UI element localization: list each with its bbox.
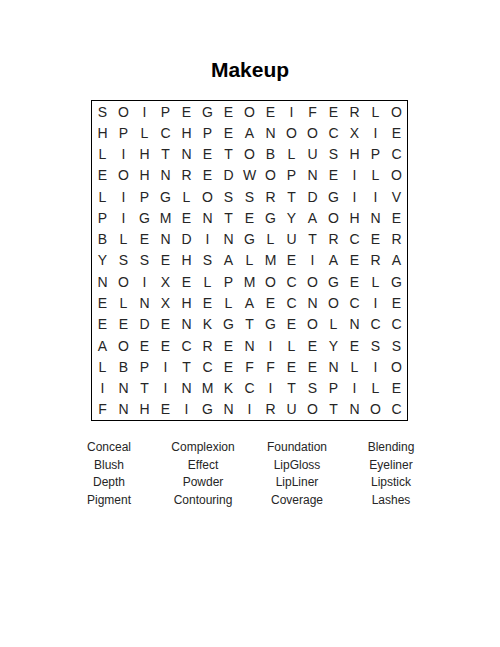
grid-cell: C bbox=[176, 335, 197, 356]
word-list-item: Eyeliner bbox=[344, 457, 438, 475]
grid-cell: T bbox=[134, 377, 155, 398]
grid-cell: C bbox=[365, 314, 386, 335]
grid-cell: L bbox=[344, 356, 365, 377]
grid-cell: E bbox=[344, 250, 365, 271]
grid-cell: O bbox=[197, 186, 218, 207]
grid-cell: A bbox=[323, 250, 344, 271]
grid-cell: I bbox=[260, 377, 281, 398]
grid-cell: C bbox=[197, 356, 218, 377]
grid-cell: H bbox=[134, 165, 155, 186]
grid-cell: O bbox=[386, 165, 407, 186]
grid-cell: R bbox=[386, 229, 407, 250]
grid-cell: L bbox=[365, 271, 386, 292]
grid-cell: L bbox=[281, 144, 302, 165]
grid-cell: N bbox=[155, 165, 176, 186]
grid-cell: E bbox=[134, 229, 155, 250]
grid-cell: E bbox=[281, 314, 302, 335]
grid-cell: I bbox=[176, 399, 197, 420]
grid-cell: O bbox=[302, 271, 323, 292]
grid-cell: G bbox=[323, 186, 344, 207]
grid-cell: A bbox=[239, 292, 260, 313]
grid-cell: R bbox=[197, 335, 218, 356]
grid-cell: B bbox=[113, 356, 134, 377]
grid-cell: M bbox=[239, 271, 260, 292]
grid-cell: I bbox=[344, 377, 365, 398]
grid-cell: N bbox=[155, 229, 176, 250]
grid-cell: E bbox=[155, 399, 176, 420]
grid-cell: R bbox=[260, 186, 281, 207]
grid-cell: G bbox=[260, 207, 281, 228]
grid-cell: X bbox=[155, 292, 176, 313]
grid-cell: X bbox=[344, 122, 365, 143]
grid-cell: M bbox=[155, 207, 176, 228]
grid-cell: N bbox=[92, 271, 113, 292]
grid-cell: C bbox=[281, 292, 302, 313]
grid-cell: O bbox=[239, 144, 260, 165]
grid-cell: H bbox=[134, 399, 155, 420]
grid-cell: G bbox=[323, 271, 344, 292]
grid-cell: O bbox=[302, 122, 323, 143]
grid-cell: N bbox=[197, 207, 218, 228]
grid-cell: I bbox=[155, 377, 176, 398]
word-list-item: LipLiner bbox=[250, 474, 344, 492]
grid-cell: E bbox=[239, 207, 260, 228]
grid-cell: I bbox=[239, 399, 260, 420]
grid-cell: O bbox=[260, 165, 281, 186]
grid-cell: R bbox=[344, 101, 365, 122]
word-list-item: Lashes bbox=[344, 492, 438, 510]
grid-cell: A bbox=[92, 335, 113, 356]
grid-cell: O bbox=[365, 399, 386, 420]
grid-cell: L bbox=[281, 335, 302, 356]
grid-cell: E bbox=[197, 165, 218, 186]
grid-cell: F bbox=[92, 399, 113, 420]
grid-cell: H bbox=[176, 250, 197, 271]
grid-cell: I bbox=[197, 229, 218, 250]
grid-cell: N bbox=[113, 377, 134, 398]
word-list-item: Complexion bbox=[156, 439, 250, 457]
grid-cell: P bbox=[281, 165, 302, 186]
word-list-item: Powder bbox=[156, 474, 250, 492]
grid-cell: L bbox=[365, 165, 386, 186]
grid-cell: O bbox=[323, 207, 344, 228]
grid-cell: B bbox=[92, 229, 113, 250]
grid-cell: H bbox=[344, 207, 365, 228]
grid-cell: G bbox=[155, 186, 176, 207]
grid-cell: M bbox=[260, 250, 281, 271]
grid-cell: O bbox=[323, 292, 344, 313]
grid-cell: E bbox=[176, 271, 197, 292]
grid-cell: I bbox=[365, 122, 386, 143]
grid-cell: N bbox=[218, 229, 239, 250]
grid-cell: E bbox=[260, 101, 281, 122]
grid-cell: I bbox=[113, 207, 134, 228]
grid-cell: L bbox=[260, 229, 281, 250]
grid-cell: T bbox=[218, 144, 239, 165]
grid-cell: E bbox=[386, 122, 407, 143]
grid-cell: S bbox=[218, 186, 239, 207]
grid-cell: T bbox=[281, 377, 302, 398]
grid-cell: F bbox=[239, 356, 260, 377]
grid-cell: O bbox=[302, 399, 323, 420]
grid-cell: E bbox=[155, 250, 176, 271]
grid-cell: O bbox=[239, 101, 260, 122]
grid-cell: P bbox=[155, 101, 176, 122]
word-search-grid: SOIPEGEOEIFERLOHPLCHPEANOOCXIELIHTNETOBL… bbox=[91, 100, 408, 421]
grid-cell: P bbox=[323, 377, 344, 398]
grid-cell: P bbox=[365, 144, 386, 165]
grid-cell: H bbox=[344, 144, 365, 165]
grid-cell: U bbox=[302, 144, 323, 165]
grid-cell: T bbox=[323, 399, 344, 420]
grid-cell: F bbox=[302, 101, 323, 122]
grid-cell: Y bbox=[281, 207, 302, 228]
grid-cell: T bbox=[281, 186, 302, 207]
grid-cell: E bbox=[92, 314, 113, 335]
grid-cell: M bbox=[197, 377, 218, 398]
grid-cell: D bbox=[134, 314, 155, 335]
puzzle-page: Makeup SOIPEGEOEIFERLOHPLCHPEANOOCXIELIH… bbox=[0, 0, 500, 647]
grid-cell: E bbox=[386, 377, 407, 398]
grid-cell: P bbox=[197, 122, 218, 143]
grid-cell: L bbox=[134, 122, 155, 143]
grid-cell: C bbox=[281, 271, 302, 292]
grid-cell: U bbox=[281, 399, 302, 420]
grid-cell: K bbox=[197, 314, 218, 335]
grid-cell: R bbox=[176, 165, 197, 186]
grid-cell: I bbox=[134, 271, 155, 292]
grid-cell: S bbox=[302, 377, 323, 398]
grid-cell: E bbox=[134, 335, 155, 356]
grid-cell: E bbox=[92, 292, 113, 313]
grid-cell: E bbox=[92, 165, 113, 186]
grid-cell: I bbox=[113, 144, 134, 165]
grid-cell: I bbox=[113, 186, 134, 207]
grid-cell: C bbox=[386, 314, 407, 335]
grid-cell: H bbox=[134, 144, 155, 165]
grid-cell: N bbox=[176, 144, 197, 165]
grid-cell: L bbox=[176, 186, 197, 207]
grid-cell: E bbox=[302, 356, 323, 377]
grid-cell: P bbox=[218, 271, 239, 292]
grid-cell: N bbox=[365, 207, 386, 228]
grid-cell: I bbox=[344, 186, 365, 207]
grid-cell: A bbox=[239, 122, 260, 143]
grid-cell: L bbox=[239, 250, 260, 271]
grid-cell: S bbox=[365, 335, 386, 356]
grid-cell: I bbox=[134, 101, 155, 122]
grid-cell: N bbox=[323, 356, 344, 377]
grid-cell: E bbox=[197, 292, 218, 313]
grid-cell: L bbox=[113, 229, 134, 250]
word-list-item: Blending bbox=[344, 439, 438, 457]
grid-cell: E bbox=[260, 292, 281, 313]
word-list-item: Contouring bbox=[156, 492, 250, 510]
grid-cell: N bbox=[113, 399, 134, 420]
grid-cell: L bbox=[323, 314, 344, 335]
grid-cell: I bbox=[302, 250, 323, 271]
grid-cell: P bbox=[134, 186, 155, 207]
grid-cell: E bbox=[197, 144, 218, 165]
grid-cell: E bbox=[176, 101, 197, 122]
grid-cell: S bbox=[197, 250, 218, 271]
grid-cell: E bbox=[344, 335, 365, 356]
grid-cell: Y bbox=[323, 335, 344, 356]
grid-cell: S bbox=[323, 144, 344, 165]
grid-cell: C bbox=[344, 229, 365, 250]
grid-cell: S bbox=[239, 186, 260, 207]
grid-cell: X bbox=[155, 271, 176, 292]
grid-cell: G bbox=[134, 207, 155, 228]
grid-cell: O bbox=[113, 335, 134, 356]
grid-cell: N bbox=[239, 335, 260, 356]
grid-cell: G bbox=[239, 229, 260, 250]
grid-cell: A bbox=[386, 250, 407, 271]
grid-cell: E bbox=[323, 165, 344, 186]
grid-cell: O bbox=[386, 356, 407, 377]
grid-cell: E bbox=[281, 356, 302, 377]
word-list-column: ConcealBlushDepthPigment bbox=[62, 439, 156, 509]
grid-cell: N bbox=[344, 399, 365, 420]
grid-cell: O bbox=[386, 101, 407, 122]
word-list-column: BlendingEyelinerLipstickLashes bbox=[344, 439, 438, 509]
grid-cell: T bbox=[302, 229, 323, 250]
word-list-item: Depth bbox=[62, 474, 156, 492]
word-list-column: FoundationLipGlossLipLinerCoverage bbox=[250, 439, 344, 509]
grid-cell: R bbox=[365, 250, 386, 271]
grid-cell: E bbox=[218, 335, 239, 356]
grid-cell: D bbox=[176, 229, 197, 250]
grid-cell: E bbox=[176, 207, 197, 228]
grid-cell: E bbox=[386, 207, 407, 228]
grid-cell: E bbox=[365, 229, 386, 250]
word-list-column: ComplexionEffectPowderContouring bbox=[156, 439, 250, 509]
grid-cell: G bbox=[197, 399, 218, 420]
grid-cell: P bbox=[113, 122, 134, 143]
grid-cell: C bbox=[344, 292, 365, 313]
grid-cell: N bbox=[260, 122, 281, 143]
grid-cell: E bbox=[386, 292, 407, 313]
grid-cell: S bbox=[386, 335, 407, 356]
grid-cell: E bbox=[344, 271, 365, 292]
grid-cell: L bbox=[92, 186, 113, 207]
grid-cell: O bbox=[302, 314, 323, 335]
grid-cell: G bbox=[218, 314, 239, 335]
grid-cell: C bbox=[155, 122, 176, 143]
grid-cell: I bbox=[260, 335, 281, 356]
grid-cell: H bbox=[176, 122, 197, 143]
grid-cell: E bbox=[218, 122, 239, 143]
grid-cell: I bbox=[155, 356, 176, 377]
grid-cell: N bbox=[302, 165, 323, 186]
grid-cell: O bbox=[281, 122, 302, 143]
grid-cell: I bbox=[365, 292, 386, 313]
grid-cell: H bbox=[92, 122, 113, 143]
puzzle-title: Makeup bbox=[0, 59, 500, 81]
grid-cell: R bbox=[323, 229, 344, 250]
word-list-item: Pigment bbox=[62, 492, 156, 510]
grid-cell: E bbox=[218, 356, 239, 377]
grid-cell: N bbox=[176, 314, 197, 335]
grid-cell: P bbox=[92, 207, 113, 228]
grid-cell: V bbox=[386, 186, 407, 207]
grid-cell: Y bbox=[92, 250, 113, 271]
grid-cell: N bbox=[134, 292, 155, 313]
grid-cell: E bbox=[218, 101, 239, 122]
grid-cell: L bbox=[92, 356, 113, 377]
grid-cell: C bbox=[386, 144, 407, 165]
grid-cell: O bbox=[113, 271, 134, 292]
grid-cell: R bbox=[260, 399, 281, 420]
word-list-item: Conceal bbox=[62, 439, 156, 457]
word-list-item: Effect bbox=[156, 457, 250, 475]
grid-cell: D bbox=[302, 186, 323, 207]
word-list-item: Blush bbox=[62, 457, 156, 475]
word-list-item: LipGloss bbox=[250, 457, 344, 475]
grid-cell: N bbox=[218, 399, 239, 420]
grid-cell: D bbox=[218, 165, 239, 186]
grid-cell: W bbox=[239, 165, 260, 186]
grid-cell: A bbox=[218, 250, 239, 271]
grid-cell: C bbox=[386, 399, 407, 420]
grid-cell: L bbox=[197, 271, 218, 292]
grid-cell: B bbox=[260, 144, 281, 165]
grid-cell: N bbox=[302, 292, 323, 313]
grid-cell: T bbox=[218, 207, 239, 228]
grid-cell: L bbox=[218, 292, 239, 313]
grid-cell: F bbox=[260, 356, 281, 377]
grid-cell: G bbox=[197, 101, 218, 122]
grid-cell: I bbox=[344, 165, 365, 186]
word-list-item: Coverage bbox=[250, 492, 344, 510]
grid-cell: L bbox=[113, 292, 134, 313]
grid-cell: G bbox=[386, 271, 407, 292]
grid-cell: T bbox=[239, 314, 260, 335]
grid-cell: E bbox=[155, 335, 176, 356]
grid-cell: S bbox=[134, 250, 155, 271]
grid-cell: K bbox=[218, 377, 239, 398]
grid-cell: E bbox=[323, 101, 344, 122]
grid-cell: O bbox=[260, 271, 281, 292]
grid-cell: E bbox=[302, 335, 323, 356]
grid-cell: L bbox=[92, 144, 113, 165]
grid-cell: T bbox=[176, 356, 197, 377]
grid-cell: E bbox=[113, 314, 134, 335]
word-list-item: Foundation bbox=[250, 439, 344, 457]
grid-cell: S bbox=[113, 250, 134, 271]
grid-cell: S bbox=[92, 101, 113, 122]
grid-cell: L bbox=[365, 101, 386, 122]
grid-cell: C bbox=[239, 377, 260, 398]
grid-cell: G bbox=[260, 314, 281, 335]
word-list-item: Lipstick bbox=[344, 474, 438, 492]
grid-cell: U bbox=[281, 229, 302, 250]
word-list: ConcealBlushDepthPigmentComplexionEffect… bbox=[62, 439, 438, 509]
grid-cell: I bbox=[281, 101, 302, 122]
grid-cell: E bbox=[155, 314, 176, 335]
grid-cell: O bbox=[113, 165, 134, 186]
grid-cell: T bbox=[155, 144, 176, 165]
grid-cell: A bbox=[302, 207, 323, 228]
grid-cell: I bbox=[365, 186, 386, 207]
grid-cell: P bbox=[134, 356, 155, 377]
grid-cell: L bbox=[365, 377, 386, 398]
grid-cell: N bbox=[176, 377, 197, 398]
grid-cell: N bbox=[344, 314, 365, 335]
grid-cell: E bbox=[281, 250, 302, 271]
grid-cell: I bbox=[92, 377, 113, 398]
grid-cell: O bbox=[113, 101, 134, 122]
grid-cell: C bbox=[323, 122, 344, 143]
grid-cell: I bbox=[365, 356, 386, 377]
grid-cell: H bbox=[176, 292, 197, 313]
